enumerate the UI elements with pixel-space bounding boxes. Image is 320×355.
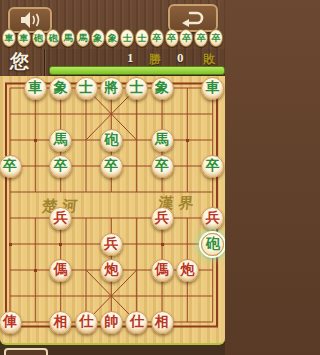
- piece-black-卒-f4r3[interactable]: 卒: [100, 155, 123, 178]
- piece-black-卒-f8r3[interactable]: 卒: [201, 155, 224, 178]
- piece-black-卒-f2r3[interactable]: 卒: [49, 155, 72, 178]
- position-marker-dot: [34, 139, 37, 142]
- back-button[interactable]: [168, 4, 218, 32]
- piece-black-卒-f0r3[interactable]: 卒: [0, 155, 22, 178]
- tray-piece-1: 車: [17, 29, 31, 47]
- xiangqi-board[interactable]: 楚河 漢界 車象士將士象車馬砲馬卒卒卒卒卒兵兵兵兵砲傌炮傌炮俥相仕帥仕相: [0, 76, 225, 345]
- piece-black-車-f8r0[interactable]: 車: [201, 77, 224, 100]
- position-marker-dot: [161, 243, 164, 246]
- piece-black-馬-f6r2[interactable]: 馬: [151, 129, 174, 152]
- captured-pieces-tray: 車車砲砲馬馬象象士士卒卒卒卒卒: [2, 29, 223, 49]
- piece-red-兵-f2r5[interactable]: 兵: [49, 207, 72, 230]
- losses-count: 0: [177, 50, 184, 66]
- piece-black-士-f3r0[interactable]: 士: [75, 77, 98, 100]
- piece-red-炮-f7r7[interactable]: 炮: [176, 259, 199, 282]
- position-marker-dot: [34, 269, 37, 272]
- position-marker-dot: [59, 243, 62, 246]
- piece-red-兵-f4r6[interactable]: 兵: [100, 233, 123, 256]
- wins-count: 1: [127, 50, 134, 66]
- piece-black-卒-f6r3[interactable]: 卒: [151, 155, 174, 178]
- tray-piece-5: 馬: [76, 29, 90, 47]
- tray-piece-3: 砲: [46, 29, 60, 47]
- tray-piece-8: 士: [120, 29, 134, 47]
- piece-black-馬-f2r2[interactable]: 馬: [49, 129, 72, 152]
- tray-piece-11: 卒: [165, 29, 179, 47]
- piece-red-俥-f0r9[interactable]: 俥: [0, 311, 22, 334]
- piece-red-相-f2r9[interactable]: 相: [49, 311, 72, 334]
- tray-piece-4: 馬: [61, 29, 75, 47]
- piece-red-仕-f5r9[interactable]: 仕: [125, 311, 148, 334]
- piece-red-傌-f6r7[interactable]: 傌: [151, 259, 174, 282]
- bottom-bar: [0, 345, 225, 355]
- tray-piece-0: 車: [2, 29, 16, 47]
- return-arrow-icon: [180, 9, 206, 27]
- tray-piece-7: 象: [105, 29, 119, 47]
- piece-black-士-f5r0[interactable]: 士: [125, 77, 148, 100]
- piece-red-炮-f4r7[interactable]: 炮: [100, 259, 123, 282]
- piece-red-傌-f2r7[interactable]: 傌: [49, 259, 72, 282]
- piece-red-兵-f6r5[interactable]: 兵: [151, 207, 174, 230]
- piece-red-兵-f8r5[interactable]: 兵: [201, 207, 224, 230]
- piece-red-帥-f4r9[interactable]: 帥: [100, 311, 123, 334]
- piece-black-車-f1r0[interactable]: 車: [24, 77, 47, 100]
- speaker-icon: [19, 11, 41, 29]
- score-panel: 1 勝 0 敗: [44, 49, 225, 76]
- tray-piece-13: 卒: [194, 29, 208, 47]
- win-progress-bar: [49, 66, 225, 75]
- piece-black-將-f4r0[interactable]: 將: [100, 77, 123, 100]
- tray-piece-6: 象: [91, 29, 105, 47]
- player-name: 您: [10, 49, 29, 75]
- piece-black-砲-f8r6[interactable]: 砲: [201, 233, 224, 256]
- tray-piece-14: 卒: [209, 29, 223, 47]
- position-marker-dot: [9, 243, 12, 246]
- piece-black-象-f6r0[interactable]: 象: [151, 77, 174, 100]
- tray-piece-9: 士: [135, 29, 149, 47]
- tray-piece-2: 砲: [32, 29, 46, 47]
- piece-red-相-f6r9[interactable]: 相: [151, 311, 174, 334]
- position-marker-dot: [186, 139, 189, 142]
- tray-piece-10: 卒: [150, 29, 164, 47]
- opponent-panel-partial: [4, 348, 48, 355]
- piece-black-砲-f4r2[interactable]: 砲: [100, 129, 123, 152]
- piece-black-象-f2r0[interactable]: 象: [49, 77, 72, 100]
- piece-red-仕-f3r9[interactable]: 仕: [75, 311, 98, 334]
- board-grid: 楚河 漢界: [0, 76, 225, 345]
- tray-piece-12: 卒: [179, 29, 193, 47]
